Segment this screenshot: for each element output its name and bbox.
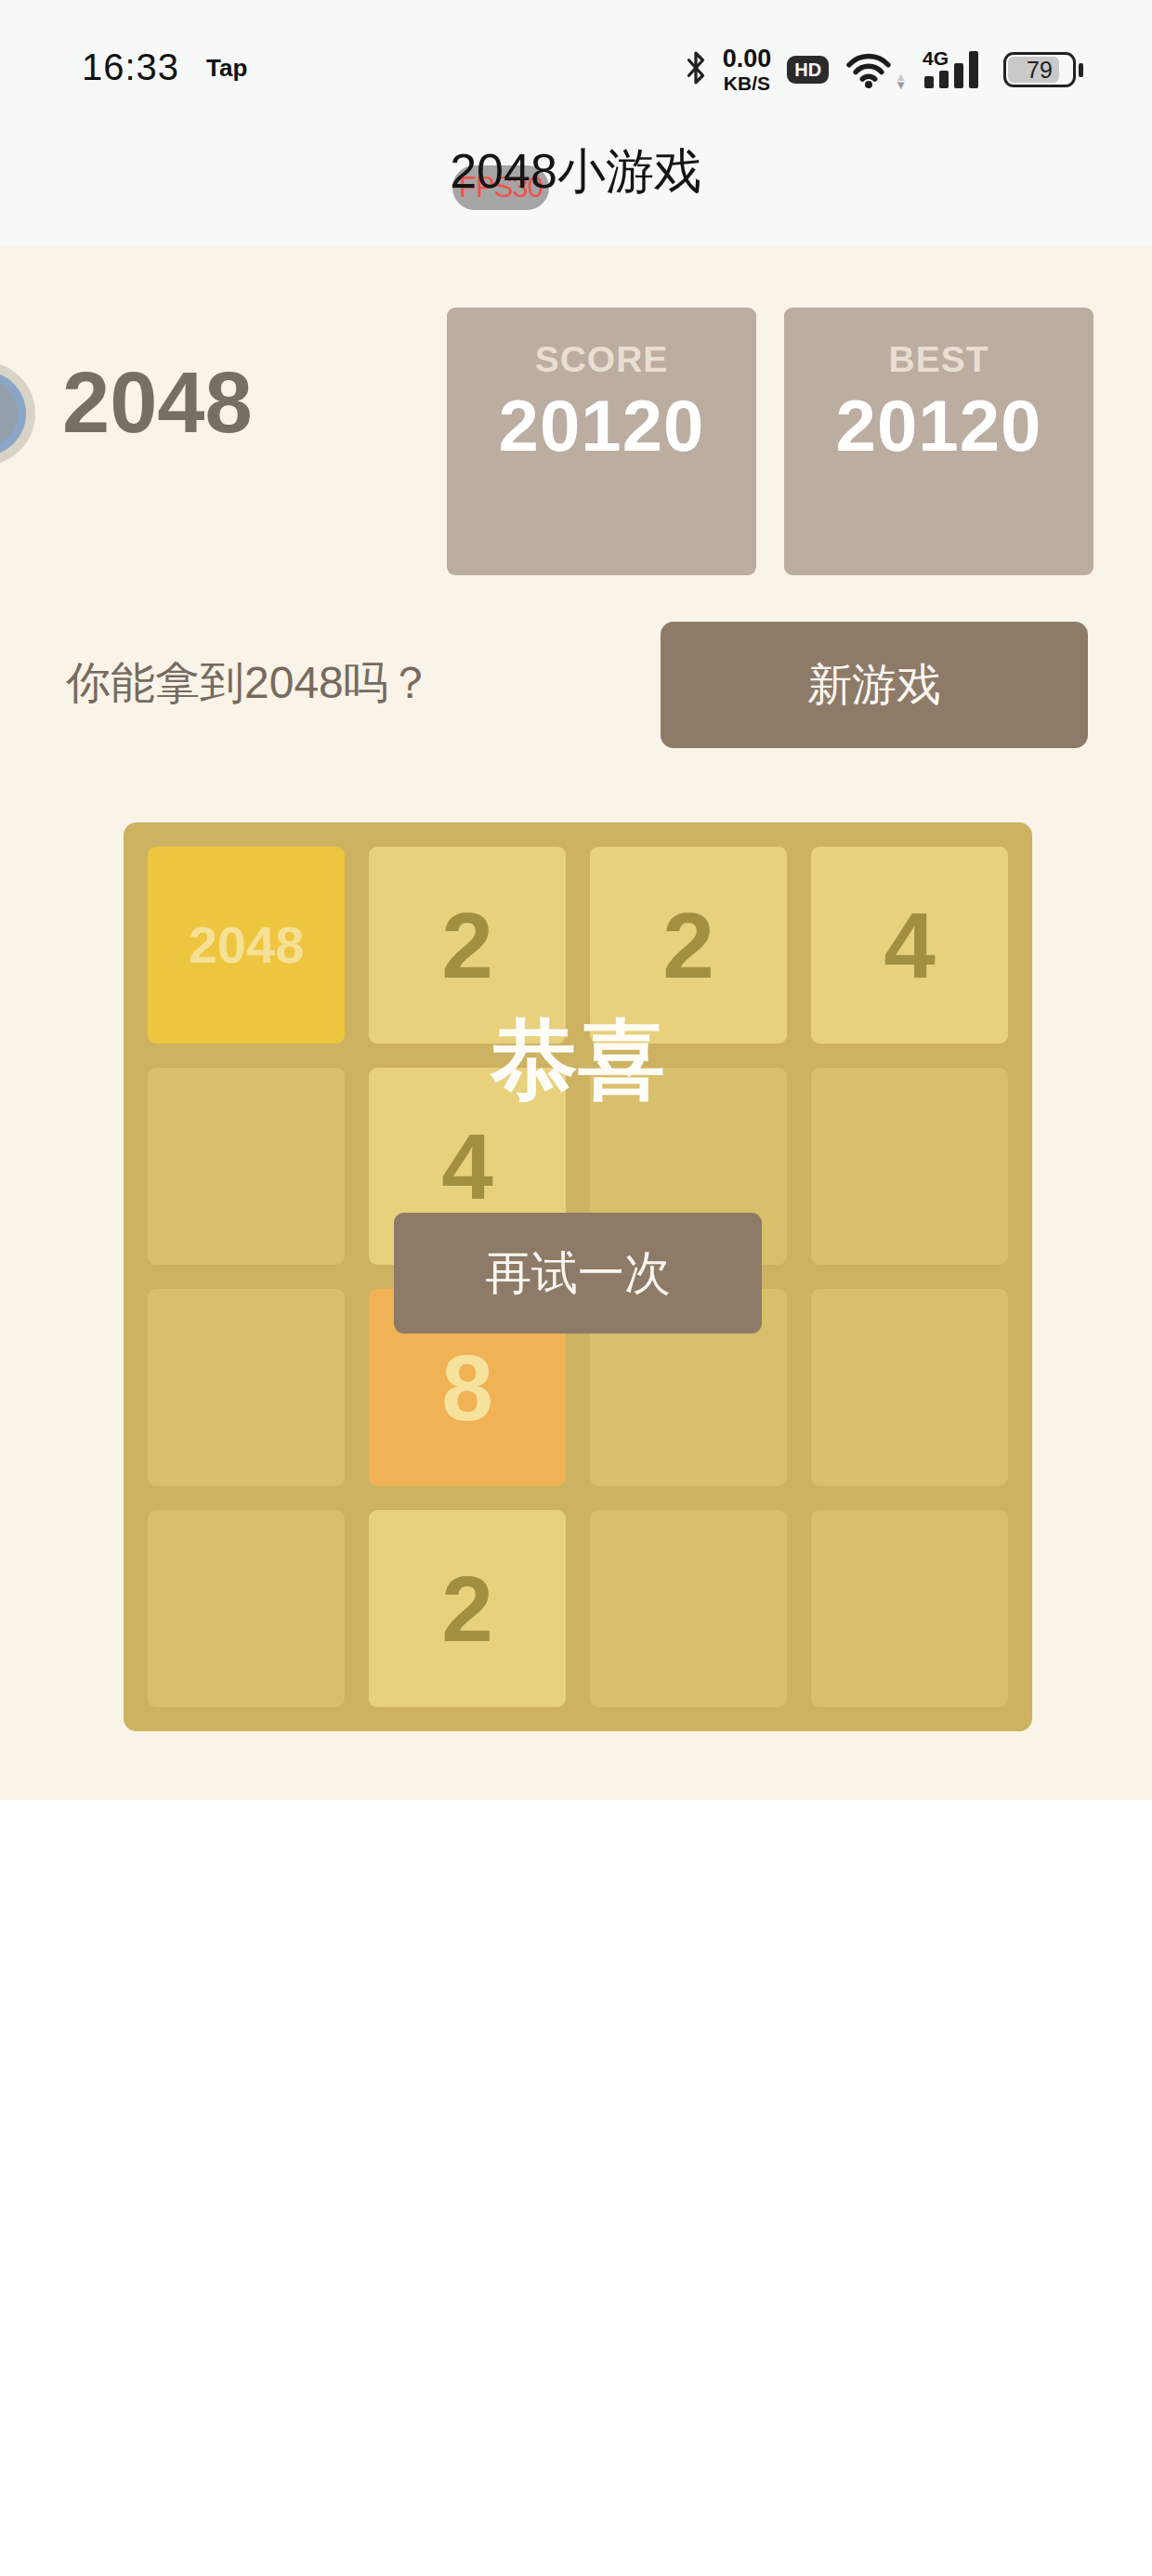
top-header: 16:33 Tap 0.00 KB/S HD: [0, 0, 1152, 246]
battery-nub: [1079, 63, 1083, 77]
floating-assist-ball[interactable]: 22: [0, 361, 35, 466]
wifi-traffic-arrows: ▲ ▼: [895, 72, 907, 89]
win-message: 恭喜: [124, 1002, 1032, 1120]
ball-ring: 22: [0, 371, 26, 456]
signal-bar: [939, 71, 949, 88]
status-icons: 0.00 KB/S HD ▲ ▼: [685, 37, 1083, 102]
signal-bar: [954, 63, 963, 88]
best-box: BEST 20120: [784, 308, 1093, 575]
hd-badge: HD: [787, 56, 829, 84]
wifi-icon: ▲ ▼: [844, 50, 907, 89]
win-overlay: 恭喜 再试一次: [124, 822, 1032, 1731]
blank-area: [0, 1800, 1152, 2576]
page-title: 2048小游戏: [0, 139, 1152, 204]
clock: 16:33: [82, 46, 179, 88]
game-area: 22 2048 SCORE 20120 BEST 20120 你能拿到2048吗…: [0, 246, 1152, 1800]
game-prompt: 你能拿到2048吗？: [66, 653, 433, 713]
score-value: 20120: [447, 384, 756, 468]
best-value: 20120: [784, 384, 1093, 468]
phone-screen: 16:33 Tap 0.00 KB/S HD: [0, 0, 1152, 2576]
title-bar: FPS30 2048小游戏: [0, 139, 1152, 214]
network-type-label: 4G: [923, 47, 949, 70]
game-logo: 2048: [62, 360, 253, 445]
carrier-label: Tap: [206, 54, 247, 83]
signal-bar: [969, 51, 978, 88]
status-bar: 16:33 Tap 0.00 KB/S HD: [0, 37, 1152, 102]
new-game-button[interactable]: 新游戏: [661, 622, 1088, 748]
bluetooth-icon: [685, 49, 707, 90]
best-label: BEST: [784, 339, 1093, 380]
game-board[interactable]: 2048 2 2 4 4 8 2 恭喜 再试一次: [124, 822, 1032, 1731]
score-label: SCORE: [447, 339, 756, 380]
retry-button[interactable]: 再试一次: [394, 1213, 762, 1334]
signal-bar: [924, 76, 934, 88]
network-speed: 0.00 KB/S: [723, 46, 772, 93]
cellular-signal-icon: 4G: [923, 49, 988, 90]
score-box: SCORE 20120: [447, 308, 756, 575]
ball-value: 22: [0, 379, 18, 448]
battery-icon: 79: [1003, 52, 1083, 87]
battery-percent: 79: [1027, 57, 1053, 84]
